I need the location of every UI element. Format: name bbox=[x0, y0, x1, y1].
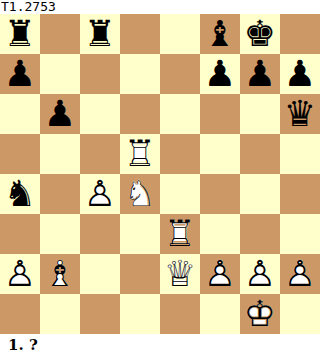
square-f1[interactable] bbox=[200, 294, 240, 334]
square-h6[interactable]: ♛ bbox=[280, 94, 320, 134]
chess-puzzle-app: T1.2753 ♜♜♝♚♟♟♟♟♟♛♜♖♞♟♙♞♘♜♖♟♙♝♗♛♕♟♙♟♙♟♙♚… bbox=[0, 0, 320, 360]
square-c4[interactable]: ♟♙ bbox=[80, 174, 120, 214]
move-prompt: 1. ? bbox=[0, 334, 320, 360]
square-g4[interactable] bbox=[240, 174, 280, 214]
square-c3[interactable] bbox=[80, 214, 120, 254]
white-piece-outline: ♖ bbox=[160, 214, 200, 254]
white-pawn-g2[interactable]: ♟♙ bbox=[240, 254, 280, 294]
square-d8[interactable] bbox=[120, 14, 160, 54]
square-g1[interactable]: ♚♔ bbox=[240, 294, 280, 334]
square-d2[interactable] bbox=[120, 254, 160, 294]
black-pawn-a7[interactable]: ♟ bbox=[0, 54, 40, 94]
square-d5[interactable]: ♜♖ bbox=[120, 134, 160, 174]
square-g7[interactable]: ♟ bbox=[240, 54, 280, 94]
square-f5[interactable] bbox=[200, 134, 240, 174]
white-piece-outline: ♖ bbox=[120, 134, 160, 174]
white-pawn-c4[interactable]: ♟♙ bbox=[80, 174, 120, 214]
square-c1[interactable] bbox=[80, 294, 120, 334]
black-bishop-f8[interactable]: ♝ bbox=[200, 14, 240, 54]
white-pawn-h2[interactable]: ♟♙ bbox=[280, 254, 320, 294]
white-piece-outline: ♔ bbox=[240, 294, 280, 334]
white-rook-e3[interactable]: ♜♖ bbox=[160, 214, 200, 254]
square-a6[interactable] bbox=[0, 94, 40, 134]
square-g6[interactable] bbox=[240, 94, 280, 134]
white-piece-outline: ♘ bbox=[120, 174, 160, 214]
square-h1[interactable] bbox=[280, 294, 320, 334]
square-b8[interactable] bbox=[40, 14, 80, 54]
white-piece-outline: ♙ bbox=[280, 254, 320, 294]
white-piece-outline: ♙ bbox=[80, 174, 120, 214]
square-e5[interactable] bbox=[160, 134, 200, 174]
square-b7[interactable] bbox=[40, 54, 80, 94]
black-king-g8[interactable]: ♚ bbox=[240, 14, 280, 54]
square-b1[interactable] bbox=[40, 294, 80, 334]
square-c6[interactable] bbox=[80, 94, 120, 134]
square-c5[interactable] bbox=[80, 134, 120, 174]
white-piece-outline: ♙ bbox=[200, 254, 240, 294]
square-g8[interactable]: ♚ bbox=[240, 14, 280, 54]
white-knight-d4[interactable]: ♞♘ bbox=[120, 174, 160, 214]
square-e3[interactable]: ♜♖ bbox=[160, 214, 200, 254]
black-rook-a8[interactable]: ♜ bbox=[0, 14, 40, 54]
white-queen-e2[interactable]: ♛♕ bbox=[160, 254, 200, 294]
black-knight-a4[interactable]: ♞ bbox=[0, 174, 40, 214]
square-e6[interactable] bbox=[160, 94, 200, 134]
white-rook-d5[interactable]: ♜♖ bbox=[120, 134, 160, 174]
square-h3[interactable] bbox=[280, 214, 320, 254]
white-piece-outline: ♕ bbox=[160, 254, 200, 294]
square-f7[interactable]: ♟ bbox=[200, 54, 240, 94]
square-c2[interactable] bbox=[80, 254, 120, 294]
square-h4[interactable] bbox=[280, 174, 320, 214]
square-g3[interactable] bbox=[240, 214, 280, 254]
black-pawn-b6[interactable]: ♟ bbox=[40, 94, 80, 134]
square-e8[interactable] bbox=[160, 14, 200, 54]
white-piece-outline: ♙ bbox=[240, 254, 280, 294]
square-f8[interactable]: ♝ bbox=[200, 14, 240, 54]
square-f3[interactable] bbox=[200, 214, 240, 254]
square-h5[interactable] bbox=[280, 134, 320, 174]
square-d7[interactable] bbox=[120, 54, 160, 94]
square-a8[interactable]: ♜ bbox=[0, 14, 40, 54]
square-b5[interactable] bbox=[40, 134, 80, 174]
square-h7[interactable]: ♟ bbox=[280, 54, 320, 94]
black-pawn-f7[interactable]: ♟ bbox=[200, 54, 240, 94]
white-pawn-f2[interactable]: ♟♙ bbox=[200, 254, 240, 294]
square-a2[interactable]: ♟♙ bbox=[0, 254, 40, 294]
square-g2[interactable]: ♟♙ bbox=[240, 254, 280, 294]
square-b6[interactable]: ♟ bbox=[40, 94, 80, 134]
square-b3[interactable] bbox=[40, 214, 80, 254]
square-c7[interactable] bbox=[80, 54, 120, 94]
square-f4[interactable] bbox=[200, 174, 240, 214]
square-h2[interactable]: ♟♙ bbox=[280, 254, 320, 294]
square-a3[interactable] bbox=[0, 214, 40, 254]
square-a1[interactable] bbox=[0, 294, 40, 334]
white-king-g1[interactable]: ♚♔ bbox=[240, 294, 280, 334]
square-f6[interactable] bbox=[200, 94, 240, 134]
square-a4[interactable]: ♞ bbox=[0, 174, 40, 214]
square-g5[interactable] bbox=[240, 134, 280, 174]
white-piece-outline: ♙ bbox=[0, 254, 40, 294]
square-c8[interactable]: ♜ bbox=[80, 14, 120, 54]
square-e2[interactable]: ♛♕ bbox=[160, 254, 200, 294]
square-d6[interactable] bbox=[120, 94, 160, 134]
black-pawn-h7[interactable]: ♟ bbox=[280, 54, 320, 94]
square-e4[interactable] bbox=[160, 174, 200, 214]
square-f2[interactable]: ♟♙ bbox=[200, 254, 240, 294]
chess-board: ♜♜♝♚♟♟♟♟♟♛♜♖♞♟♙♞♘♜♖♟♙♝♗♛♕♟♙♟♙♟♙♚♔ bbox=[0, 14, 320, 334]
black-rook-c8[interactable]: ♜ bbox=[80, 14, 120, 54]
square-h8[interactable] bbox=[280, 14, 320, 54]
square-d3[interactable] bbox=[120, 214, 160, 254]
square-b2[interactable]: ♝♗ bbox=[40, 254, 80, 294]
square-d4[interactable]: ♞♘ bbox=[120, 174, 160, 214]
square-d1[interactable] bbox=[120, 294, 160, 334]
square-e1[interactable] bbox=[160, 294, 200, 334]
square-a7[interactable]: ♟ bbox=[0, 54, 40, 94]
white-bishop-b2[interactable]: ♝♗ bbox=[40, 254, 80, 294]
square-b4[interactable] bbox=[40, 174, 80, 214]
white-piece-outline: ♗ bbox=[40, 254, 80, 294]
white-pawn-a2[interactable]: ♟♙ bbox=[0, 254, 40, 294]
black-queen-h6[interactable]: ♛ bbox=[280, 94, 320, 134]
square-e7[interactable] bbox=[160, 54, 200, 94]
square-a5[interactable] bbox=[0, 134, 40, 174]
black-pawn-g7[interactable]: ♟ bbox=[240, 54, 280, 94]
puzzle-title: T1.2753 bbox=[0, 0, 320, 14]
